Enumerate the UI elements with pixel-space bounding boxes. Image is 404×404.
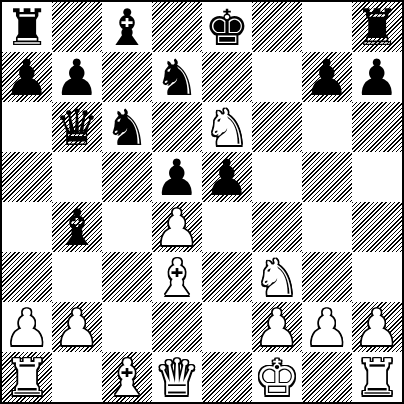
- white-bishop[interactable]: ♝: [102, 353, 152, 403]
- square-g7[interactable]: ♟: [302, 52, 352, 102]
- square-g8[interactable]: [302, 2, 352, 52]
- square-h2[interactable]: ♟: [352, 302, 402, 352]
- square-b3[interactable]: [52, 252, 102, 302]
- square-f5[interactable]: [252, 152, 302, 202]
- square-h4[interactable]: [352, 202, 402, 252]
- black-bishop[interactable]: ♝: [52, 203, 102, 253]
- square-a4[interactable]: [2, 202, 52, 252]
- square-a6[interactable]: [2, 102, 52, 152]
- square-b8[interactable]: [52, 2, 102, 52]
- black-pawn[interactable]: ♟: [2, 53, 52, 103]
- square-f1[interactable]: ♚: [252, 352, 302, 402]
- square-c7[interactable]: [102, 52, 152, 102]
- square-e4[interactable]: [202, 202, 252, 252]
- square-d5[interactable]: ♟: [152, 152, 202, 202]
- square-d4[interactable]: ♟: [152, 202, 202, 252]
- black-pawn[interactable]: ♟: [352, 53, 402, 103]
- square-b5[interactable]: [52, 152, 102, 202]
- square-g5[interactable]: [302, 152, 352, 202]
- square-g1[interactable]: [302, 352, 352, 402]
- black-knight[interactable]: ♞: [102, 103, 152, 153]
- square-e2[interactable]: [202, 302, 252, 352]
- square-d3[interactable]: ♝: [152, 252, 202, 302]
- square-g4[interactable]: [302, 202, 352, 252]
- white-pawn[interactable]: ♟: [302, 303, 352, 353]
- square-a2[interactable]: ♟: [2, 302, 52, 352]
- white-queen[interactable]: ♛: [152, 353, 202, 403]
- square-b4[interactable]: ♝: [52, 202, 102, 252]
- white-rook[interactable]: ♜: [352, 353, 402, 403]
- square-d1[interactable]: ♛: [152, 352, 202, 402]
- square-a7[interactable]: ♟: [2, 52, 52, 102]
- square-c2[interactable]: [102, 302, 152, 352]
- square-a8[interactable]: ♜: [2, 2, 52, 52]
- square-f6[interactable]: [252, 102, 302, 152]
- white-knight[interactable]: ♞: [202, 103, 252, 153]
- square-c8[interactable]: ♝: [102, 2, 152, 52]
- black-knight[interactable]: ♞: [152, 53, 202, 103]
- square-b1[interactable]: [52, 352, 102, 402]
- square-h3[interactable]: [352, 252, 402, 302]
- black-pawn[interactable]: ♟: [152, 153, 202, 203]
- square-f7[interactable]: [252, 52, 302, 102]
- square-g6[interactable]: [302, 102, 352, 152]
- square-b7[interactable]: ♟: [52, 52, 102, 102]
- square-c1[interactable]: ♝: [102, 352, 152, 402]
- square-h6[interactable]: [352, 102, 402, 152]
- square-e3[interactable]: [202, 252, 252, 302]
- square-h8[interactable]: ♜: [352, 2, 402, 52]
- square-d2[interactable]: [152, 302, 202, 352]
- black-queen[interactable]: ♛: [52, 103, 102, 153]
- square-g3[interactable]: [302, 252, 352, 302]
- square-e7[interactable]: [202, 52, 252, 102]
- chess-board: ♜♝♚♜♟♟♞♟♟♛♞♞♟♟♝♟♝♞♟♟♟♟♟♜♝♛♚♜: [0, 0, 404, 404]
- square-f4[interactable]: [252, 202, 302, 252]
- square-d7[interactable]: ♞: [152, 52, 202, 102]
- square-a1[interactable]: ♜: [2, 352, 52, 402]
- black-rook[interactable]: ♜: [352, 3, 402, 53]
- white-pawn[interactable]: ♟: [2, 303, 52, 353]
- black-bishop[interactable]: ♝: [102, 3, 152, 53]
- square-c5[interactable]: [102, 152, 152, 202]
- square-e6[interactable]: ♞: [202, 102, 252, 152]
- square-h5[interactable]: [352, 152, 402, 202]
- square-c6[interactable]: ♞: [102, 102, 152, 152]
- white-pawn[interactable]: ♟: [352, 303, 402, 353]
- white-pawn[interactable]: ♟: [52, 303, 102, 353]
- square-e8[interactable]: ♚: [202, 2, 252, 52]
- square-d8[interactable]: [152, 2, 202, 52]
- square-f3[interactable]: ♞: [252, 252, 302, 302]
- white-knight[interactable]: ♞: [252, 253, 302, 303]
- white-bishop[interactable]: ♝: [152, 253, 202, 303]
- square-e5[interactable]: ♟: [202, 152, 252, 202]
- square-c3[interactable]: [102, 252, 152, 302]
- black-rook[interactable]: ♜: [2, 3, 52, 53]
- square-c4[interactable]: [102, 202, 152, 252]
- square-g2[interactable]: ♟: [302, 302, 352, 352]
- white-king[interactable]: ♚: [252, 353, 302, 403]
- black-king[interactable]: ♚: [202, 3, 252, 53]
- square-h1[interactable]: ♜: [352, 352, 402, 402]
- square-h7[interactable]: ♟: [352, 52, 402, 102]
- square-f8[interactable]: [252, 2, 302, 52]
- square-b6[interactable]: ♛: [52, 102, 102, 152]
- square-f2[interactable]: ♟: [252, 302, 302, 352]
- black-pawn[interactable]: ♟: [202, 153, 252, 203]
- white-rook[interactable]: ♜: [2, 353, 52, 403]
- square-a3[interactable]: [2, 252, 52, 302]
- square-d6[interactable]: [152, 102, 202, 152]
- white-pawn[interactable]: ♟: [252, 303, 302, 353]
- square-a5[interactable]: [2, 152, 52, 202]
- black-pawn[interactable]: ♟: [302, 53, 352, 103]
- black-pawn[interactable]: ♟: [52, 53, 102, 103]
- square-e1[interactable]: [202, 352, 252, 402]
- white-pawn[interactable]: ♟: [152, 203, 202, 253]
- square-b2[interactable]: ♟: [52, 302, 102, 352]
